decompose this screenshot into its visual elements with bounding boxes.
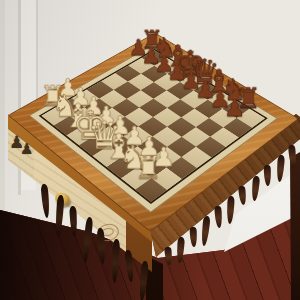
square-a7[interactable]: ♟	[224, 118, 252, 137]
piece-white-rook[interactable]: ♜	[121, 143, 174, 192]
table-top-frame: ♜♞♝♚♛♝♞♜♟♟♟♟♟♟♟♟♟♟♟♟♟♟♟♟♜♞♝♚♛♝♞♜	[8, 33, 299, 232]
piece-black-pawn[interactable]: ♟	[211, 84, 260, 129]
chess-board: ♜♞♝♚♛♝♞♜♟♟♟♟♟♟♟♟♟♟♟♟♟♟♟♟♜♞♝♚♛♝♞♜	[39, 49, 268, 204]
board-margin: ♜♞♝♚♛♝♞♜♟♟♟♟♟♟♟♟♟♟♟♟♟♟♟♟♜♞♝♚♛♝♞♜	[29, 44, 278, 213]
square-a1[interactable]: ♜	[136, 178, 167, 201]
board-scene: ♜♞♝♚♛♝♞♜♟♟♟♟♟♟♟♟♟♟♟♟♟♟♟♟♜♞♝♚♛♝♞♜	[0, 0, 300, 300]
chess-table-photo: ♟ ♟ ♜♞♝♚♛♝♞♜♟♟♟♟♟♟♟♟♟♟♟♟♟♟♟♟♜♞♝♚♛♝♞♜	[0, 0, 300, 300]
